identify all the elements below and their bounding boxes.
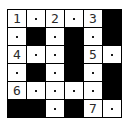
cell-dot-icon <box>54 90 56 92</box>
numbered-cell[interactable]: 2 <box>46 10 64 27</box>
cell-dot-icon <box>73 90 75 92</box>
empty-cell[interactable] <box>65 82 83 99</box>
numbered-cell[interactable]: 4 <box>8 46 26 63</box>
crossword-grid: 1234567 <box>7 9 122 118</box>
cell-dot-icon <box>111 108 113 110</box>
cell-dot-icon <box>35 54 37 56</box>
empty-cell[interactable] <box>8 64 26 81</box>
empty-cell[interactable] <box>84 82 102 99</box>
cell-dot-icon <box>111 54 113 56</box>
empty-cell[interactable] <box>8 28 26 45</box>
cell-dot-icon <box>92 90 94 92</box>
crossword-page: 1234567 <box>0 0 127 123</box>
cell-dot-icon <box>16 36 18 38</box>
empty-cell[interactable] <box>27 82 45 99</box>
numbered-cell[interactable]: 5 <box>84 46 102 63</box>
numbered-cell[interactable]: 1 <box>8 10 26 27</box>
empty-cell[interactable] <box>27 10 45 27</box>
empty-cell[interactable] <box>46 100 64 117</box>
empty-cell[interactable] <box>27 46 45 63</box>
cell-dot-icon <box>54 72 56 74</box>
black-cell <box>65 64 83 81</box>
black-cell <box>8 100 26 117</box>
black-cell <box>65 100 83 117</box>
cell-dot-icon <box>73 18 75 20</box>
cell-dot-icon <box>92 72 94 74</box>
empty-cell[interactable] <box>46 64 64 81</box>
empty-cell[interactable] <box>46 28 64 45</box>
numbered-cell[interactable]: 7 <box>84 100 102 117</box>
empty-cell[interactable] <box>46 46 64 63</box>
black-cell <box>65 46 83 63</box>
black-cell <box>65 28 83 45</box>
cell-dot-icon <box>35 18 37 20</box>
numbered-cell[interactable]: 6 <box>8 82 26 99</box>
empty-cell[interactable] <box>65 10 83 27</box>
black-cell <box>103 28 121 45</box>
empty-cell[interactable] <box>46 82 64 99</box>
cell-dot-icon <box>54 108 56 110</box>
empty-cell[interactable] <box>84 28 102 45</box>
cell-dot-icon <box>54 36 56 38</box>
numbered-cell[interactable]: 3 <box>84 10 102 27</box>
black-cell <box>27 100 45 117</box>
black-cell <box>103 82 121 99</box>
cell-dot-icon <box>92 36 94 38</box>
empty-cell[interactable] <box>84 64 102 81</box>
empty-cell[interactable] <box>103 46 121 63</box>
black-cell <box>103 64 121 81</box>
cell-dot-icon <box>35 90 37 92</box>
black-cell <box>27 28 45 45</box>
black-cell <box>27 64 45 81</box>
cell-dot-icon <box>16 72 18 74</box>
cell-dot-icon <box>54 54 56 56</box>
empty-cell[interactable] <box>103 100 121 117</box>
black-cell <box>103 10 121 27</box>
